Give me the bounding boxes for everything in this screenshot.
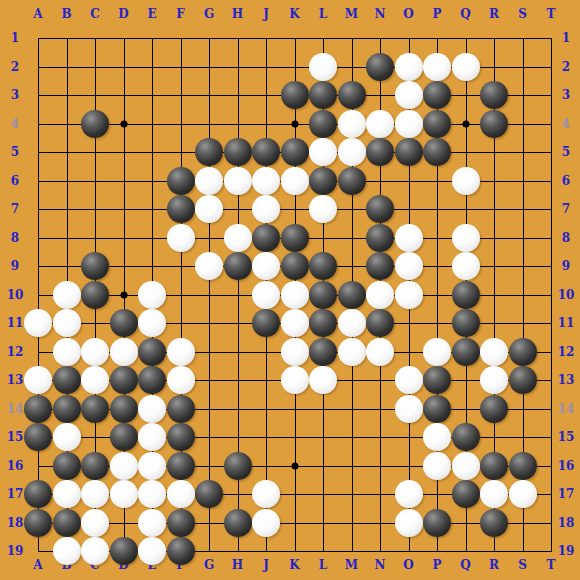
intersection-N3[interactable] [366,81,395,110]
intersection-M4[interactable] [337,109,366,138]
intersection-T19[interactable] [537,537,566,566]
intersection-T17[interactable] [537,480,566,509]
intersection-G5[interactable] [195,138,224,167]
intersection-D7[interactable] [109,195,138,224]
intersection-N13[interactable] [366,366,395,395]
intersection-A19[interactable] [24,537,53,566]
intersection-L10[interactable] [309,280,338,309]
intersection-E6[interactable] [138,166,167,195]
intersection-T6[interactable] [537,166,566,195]
intersection-T5[interactable] [537,138,566,167]
intersection-S1[interactable] [508,24,537,53]
intersection-F14[interactable] [166,394,195,423]
intersection-K8[interactable] [280,223,309,252]
intersection-G18[interactable] [195,508,224,537]
intersection-G2[interactable] [195,52,224,81]
intersection-C6[interactable] [81,166,110,195]
intersection-N7[interactable] [366,195,395,224]
intersection-S18[interactable] [508,508,537,537]
intersection-M14[interactable] [337,394,366,423]
intersection-P19[interactable] [423,537,452,566]
intersection-K1[interactable] [280,24,309,53]
intersection-R6[interactable] [480,166,509,195]
intersection-P9[interactable] [423,252,452,281]
intersection-O17[interactable] [394,480,423,509]
intersection-T10[interactable] [537,280,566,309]
intersection-A12[interactable] [24,337,53,366]
intersection-B7[interactable] [52,195,81,224]
intersection-F17[interactable] [166,480,195,509]
intersection-N12[interactable] [366,337,395,366]
intersection-S17[interactable] [508,480,537,509]
intersection-J2[interactable] [252,52,281,81]
intersection-H14[interactable] [223,394,252,423]
intersection-K5[interactable] [280,138,309,167]
intersection-A9[interactable] [24,252,53,281]
intersection-G11[interactable] [195,309,224,338]
intersection-M1[interactable] [337,24,366,53]
intersection-A15[interactable] [24,423,53,452]
intersection-M18[interactable] [337,508,366,537]
intersection-P15[interactable] [423,423,452,452]
intersection-O16[interactable] [394,451,423,480]
intersection-G16[interactable] [195,451,224,480]
intersection-C13[interactable] [81,366,110,395]
intersection-N9[interactable] [366,252,395,281]
intersection-F16[interactable] [166,451,195,480]
intersection-P16[interactable] [423,451,452,480]
intersection-B12[interactable] [52,337,81,366]
intersection-T12[interactable] [537,337,566,366]
intersection-Q1[interactable] [451,24,480,53]
intersection-D8[interactable] [109,223,138,252]
intersection-Q13[interactable] [451,366,480,395]
intersection-B15[interactable] [52,423,81,452]
intersection-P18[interactable] [423,508,452,537]
intersection-H4[interactable] [223,109,252,138]
intersection-H1[interactable] [223,24,252,53]
intersection-G6[interactable] [195,166,224,195]
intersection-T14[interactable] [537,394,566,423]
intersection-L7[interactable] [309,195,338,224]
intersection-H10[interactable] [223,280,252,309]
intersection-M16[interactable] [337,451,366,480]
intersection-L16[interactable] [309,451,338,480]
intersection-E1[interactable] [138,24,167,53]
intersection-B13[interactable] [52,366,81,395]
intersection-E15[interactable] [138,423,167,452]
intersection-F11[interactable] [166,309,195,338]
intersection-B4[interactable] [52,109,81,138]
intersection-E7[interactable] [138,195,167,224]
intersection-D1[interactable] [109,24,138,53]
intersection-H9[interactable] [223,252,252,281]
intersection-J10[interactable] [252,280,281,309]
intersection-A17[interactable] [24,480,53,509]
intersection-T18[interactable] [537,508,566,537]
intersection-D3[interactable] [109,81,138,110]
intersection-J13[interactable] [252,366,281,395]
intersection-E14[interactable] [138,394,167,423]
intersection-D19[interactable] [109,537,138,566]
intersection-T11[interactable] [537,309,566,338]
intersection-O11[interactable] [394,309,423,338]
intersection-E4[interactable] [138,109,167,138]
intersection-C1[interactable] [81,24,110,53]
intersection-K11[interactable] [280,309,309,338]
intersection-H15[interactable] [223,423,252,452]
intersection-E9[interactable] [138,252,167,281]
intersection-M15[interactable] [337,423,366,452]
intersection-P10[interactable] [423,280,452,309]
intersection-S3[interactable] [508,81,537,110]
intersection-F4[interactable] [166,109,195,138]
intersection-R13[interactable] [480,366,509,395]
intersection-A18[interactable] [24,508,53,537]
intersection-A5[interactable] [24,138,53,167]
intersection-H8[interactable] [223,223,252,252]
intersection-G12[interactable] [195,337,224,366]
intersection-H16[interactable] [223,451,252,480]
intersection-R14[interactable] [480,394,509,423]
intersection-L1[interactable] [309,24,338,53]
intersection-P14[interactable] [423,394,452,423]
intersection-K7[interactable] [280,195,309,224]
intersection-O2[interactable] [394,52,423,81]
intersection-P7[interactable] [423,195,452,224]
intersection-T13[interactable] [537,366,566,395]
intersection-L12[interactable] [309,337,338,366]
intersection-K16[interactable] [280,451,309,480]
intersection-D4[interactable] [109,109,138,138]
intersection-E5[interactable] [138,138,167,167]
intersection-D10[interactable] [109,280,138,309]
intersection-S12[interactable] [508,337,537,366]
intersection-E13[interactable] [138,366,167,395]
intersection-K14[interactable] [280,394,309,423]
intersection-G15[interactable] [195,423,224,452]
intersection-N19[interactable] [366,537,395,566]
intersection-C4[interactable] [81,109,110,138]
intersection-N15[interactable] [366,423,395,452]
intersection-C5[interactable] [81,138,110,167]
intersection-F3[interactable] [166,81,195,110]
intersection-L9[interactable] [309,252,338,281]
intersection-S4[interactable] [508,109,537,138]
intersection-T16[interactable] [537,451,566,480]
intersection-G14[interactable] [195,394,224,423]
intersection-N17[interactable] [366,480,395,509]
intersection-K3[interactable] [280,81,309,110]
intersection-C8[interactable] [81,223,110,252]
intersection-S6[interactable] [508,166,537,195]
intersection-T1[interactable] [537,24,566,53]
intersection-J5[interactable] [252,138,281,167]
intersection-G1[interactable] [195,24,224,53]
intersection-A7[interactable] [24,195,53,224]
intersection-R12[interactable] [480,337,509,366]
intersection-D14[interactable] [109,394,138,423]
intersection-J1[interactable] [252,24,281,53]
intersection-P3[interactable] [423,81,452,110]
intersection-N5[interactable] [366,138,395,167]
intersection-H6[interactable] [223,166,252,195]
intersection-N8[interactable] [366,223,395,252]
intersection-D18[interactable] [109,508,138,537]
intersection-D2[interactable] [109,52,138,81]
intersection-L3[interactable] [309,81,338,110]
intersection-A13[interactable] [24,366,53,395]
intersection-K13[interactable] [280,366,309,395]
intersection-L8[interactable] [309,223,338,252]
intersection-F19[interactable] [166,537,195,566]
intersection-H12[interactable] [223,337,252,366]
intersection-A11[interactable] [24,309,53,338]
intersection-Q3[interactable] [451,81,480,110]
intersection-Q15[interactable] [451,423,480,452]
intersection-M17[interactable] [337,480,366,509]
intersection-M12[interactable] [337,337,366,366]
intersection-B11[interactable] [52,309,81,338]
intersection-R3[interactable] [480,81,509,110]
intersection-B17[interactable] [52,480,81,509]
intersection-Q8[interactable] [451,223,480,252]
intersection-R11[interactable] [480,309,509,338]
intersection-R9[interactable] [480,252,509,281]
intersection-R18[interactable] [480,508,509,537]
intersection-L4[interactable] [309,109,338,138]
intersection-R15[interactable] [480,423,509,452]
intersection-H7[interactable] [223,195,252,224]
intersection-N11[interactable] [366,309,395,338]
intersection-E2[interactable] [138,52,167,81]
intersection-G17[interactable] [195,480,224,509]
intersection-J9[interactable] [252,252,281,281]
intersection-B5[interactable] [52,138,81,167]
intersection-F13[interactable] [166,366,195,395]
intersection-T3[interactable] [537,81,566,110]
intersection-G4[interactable] [195,109,224,138]
intersection-B10[interactable] [52,280,81,309]
intersection-F5[interactable] [166,138,195,167]
intersection-M9[interactable] [337,252,366,281]
intersection-L6[interactable] [309,166,338,195]
intersection-C7[interactable] [81,195,110,224]
intersection-R19[interactable] [480,537,509,566]
intersection-L19[interactable] [309,537,338,566]
intersection-A10[interactable] [24,280,53,309]
intersection-E11[interactable] [138,309,167,338]
intersection-P13[interactable] [423,366,452,395]
intersection-S8[interactable] [508,223,537,252]
intersection-A2[interactable] [24,52,53,81]
intersection-B8[interactable] [52,223,81,252]
intersection-D15[interactable] [109,423,138,452]
intersection-R1[interactable] [480,24,509,53]
intersection-D9[interactable] [109,252,138,281]
intersection-K15[interactable] [280,423,309,452]
intersection-K12[interactable] [280,337,309,366]
intersection-T9[interactable] [537,252,566,281]
intersection-O10[interactable] [394,280,423,309]
intersection-T4[interactable] [537,109,566,138]
intersection-B16[interactable] [52,451,81,480]
intersection-P6[interactable] [423,166,452,195]
intersection-Q17[interactable] [451,480,480,509]
intersection-A3[interactable] [24,81,53,110]
intersection-J15[interactable] [252,423,281,452]
intersection-R16[interactable] [480,451,509,480]
intersection-K19[interactable] [280,537,309,566]
intersection-F9[interactable] [166,252,195,281]
intersection-L13[interactable] [309,366,338,395]
intersection-O12[interactable] [394,337,423,366]
intersection-O15[interactable] [394,423,423,452]
intersection-T8[interactable] [537,223,566,252]
intersection-L5[interactable] [309,138,338,167]
intersection-Q7[interactable] [451,195,480,224]
intersection-F1[interactable] [166,24,195,53]
intersection-C18[interactable] [81,508,110,537]
intersection-O14[interactable] [394,394,423,423]
intersection-N4[interactable] [366,109,395,138]
intersection-G3[interactable] [195,81,224,110]
intersection-S14[interactable] [508,394,537,423]
intersection-D13[interactable] [109,366,138,395]
intersection-F12[interactable] [166,337,195,366]
intersection-A8[interactable] [24,223,53,252]
intersection-R7[interactable] [480,195,509,224]
intersection-F10[interactable] [166,280,195,309]
intersection-J6[interactable] [252,166,281,195]
intersection-H2[interactable] [223,52,252,81]
intersection-A14[interactable] [24,394,53,423]
intersection-C2[interactable] [81,52,110,81]
intersection-C3[interactable] [81,81,110,110]
intersection-G8[interactable] [195,223,224,252]
intersection-P1[interactable] [423,24,452,53]
intersection-H17[interactable] [223,480,252,509]
intersection-C9[interactable] [81,252,110,281]
intersection-F8[interactable] [166,223,195,252]
intersection-B9[interactable] [52,252,81,281]
intersection-H3[interactable] [223,81,252,110]
intersection-E8[interactable] [138,223,167,252]
intersection-B1[interactable] [52,24,81,53]
intersection-R5[interactable] [480,138,509,167]
intersection-F15[interactable] [166,423,195,452]
intersection-J8[interactable] [252,223,281,252]
intersection-Q2[interactable] [451,52,480,81]
intersection-C19[interactable] [81,537,110,566]
intersection-O6[interactable] [394,166,423,195]
intersection-B14[interactable] [52,394,81,423]
intersection-S19[interactable] [508,537,537,566]
intersection-K6[interactable] [280,166,309,195]
intersection-C14[interactable] [81,394,110,423]
intersection-Q5[interactable] [451,138,480,167]
intersection-L2[interactable] [309,52,338,81]
intersection-F18[interactable] [166,508,195,537]
intersection-P4[interactable] [423,109,452,138]
intersection-J3[interactable] [252,81,281,110]
intersection-L11[interactable] [309,309,338,338]
intersection-R10[interactable] [480,280,509,309]
intersection-B19[interactable] [52,537,81,566]
intersection-Q4[interactable] [451,109,480,138]
intersection-N6[interactable] [366,166,395,195]
intersection-T7[interactable] [537,195,566,224]
intersection-R17[interactable] [480,480,509,509]
intersection-R4[interactable] [480,109,509,138]
intersection-C16[interactable] [81,451,110,480]
intersection-D6[interactable] [109,166,138,195]
intersection-C11[interactable] [81,309,110,338]
intersection-R8[interactable] [480,223,509,252]
intersection-P8[interactable] [423,223,452,252]
intersection-S5[interactable] [508,138,537,167]
intersection-M2[interactable] [337,52,366,81]
intersection-D16[interactable] [109,451,138,480]
intersection-A16[interactable] [24,451,53,480]
intersection-O5[interactable] [394,138,423,167]
intersection-M11[interactable] [337,309,366,338]
intersection-M13[interactable] [337,366,366,395]
intersection-Q16[interactable] [451,451,480,480]
intersection-E3[interactable] [138,81,167,110]
intersection-N18[interactable] [366,508,395,537]
intersection-F2[interactable] [166,52,195,81]
intersection-E12[interactable] [138,337,167,366]
intersection-B2[interactable] [52,52,81,81]
intersection-O4[interactable] [394,109,423,138]
intersection-T15[interactable] [537,423,566,452]
intersection-E17[interactable] [138,480,167,509]
intersection-F7[interactable] [166,195,195,224]
intersection-O7[interactable] [394,195,423,224]
intersection-S16[interactable] [508,451,537,480]
intersection-H18[interactable] [223,508,252,537]
intersection-P11[interactable] [423,309,452,338]
intersection-E16[interactable] [138,451,167,480]
intersection-J19[interactable] [252,537,281,566]
intersection-E10[interactable] [138,280,167,309]
intersection-H5[interactable] [223,138,252,167]
intersection-Q6[interactable] [451,166,480,195]
intersection-S11[interactable] [508,309,537,338]
intersection-C10[interactable] [81,280,110,309]
intersection-Q18[interactable] [451,508,480,537]
intersection-K9[interactable] [280,252,309,281]
intersection-L17[interactable] [309,480,338,509]
intersection-A4[interactable] [24,109,53,138]
intersection-O13[interactable] [394,366,423,395]
intersection-P2[interactable] [423,52,452,81]
intersection-O9[interactable] [394,252,423,281]
intersection-J18[interactable] [252,508,281,537]
intersection-N10[interactable] [366,280,395,309]
intersection-S13[interactable] [508,366,537,395]
intersection-C12[interactable] [81,337,110,366]
intersection-P12[interactable] [423,337,452,366]
intersection-T2[interactable] [537,52,566,81]
intersection-L14[interactable] [309,394,338,423]
intersection-B6[interactable] [52,166,81,195]
intersection-C15[interactable] [81,423,110,452]
intersection-F6[interactable] [166,166,195,195]
intersection-N16[interactable] [366,451,395,480]
intersection-K10[interactable] [280,280,309,309]
